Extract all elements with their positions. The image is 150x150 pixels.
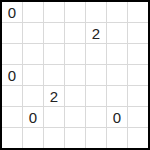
empty-cell-r6c0[interactable] (2, 128, 22, 148)
empty-cell-r0c6[interactable] (128, 2, 148, 22)
empty-cell-r2c5[interactable] (107, 44, 127, 64)
empty-cell-r1c0[interactable] (2, 23, 22, 43)
empty-cell-r2c3[interactable] (65, 44, 85, 64)
empty-cell-r4c4[interactable] (86, 86, 106, 106)
empty-cell-r1c2[interactable] (44, 23, 64, 43)
empty-cell-r2c6[interactable] (128, 44, 148, 64)
empty-cell-r3c2[interactable] (44, 65, 64, 85)
empty-cell-r3c1[interactable] (23, 65, 43, 85)
empty-cell-r3c5[interactable] (107, 65, 127, 85)
empty-cell-r1c1[interactable] (23, 23, 43, 43)
empty-cell-r1c6[interactable] (128, 23, 148, 43)
empty-cell-r6c3[interactable] (65, 128, 85, 148)
empty-cell-r2c1[interactable] (23, 44, 43, 64)
empty-cell-r2c2[interactable] (44, 44, 64, 64)
clue-cell-r4c2: 2 (44, 86, 64, 106)
empty-cell-r4c1[interactable] (23, 86, 43, 106)
empty-cell-r5c0[interactable] (2, 107, 22, 127)
empty-cell-r5c3[interactable] (65, 107, 85, 127)
empty-cell-r2c0[interactable] (2, 44, 22, 64)
empty-cell-r1c5[interactable] (107, 23, 127, 43)
empty-cell-r0c5[interactable] (107, 2, 127, 22)
empty-cell-r4c5[interactable] (107, 86, 127, 106)
clue-cell-r5c5: 0 (107, 107, 127, 127)
empty-cell-r3c4[interactable] (86, 65, 106, 85)
empty-cell-r3c3[interactable] (65, 65, 85, 85)
empty-cell-r5c6[interactable] (128, 107, 148, 127)
empty-cell-r6c5[interactable] (107, 128, 127, 148)
empty-cell-r5c2[interactable] (44, 107, 64, 127)
empty-cell-r5c4[interactable] (86, 107, 106, 127)
empty-cell-r0c4[interactable] (86, 2, 106, 22)
empty-cell-r2c4[interactable] (86, 44, 106, 64)
empty-cell-r6c6[interactable] (128, 128, 148, 148)
empty-cell-r4c3[interactable] (65, 86, 85, 106)
empty-cell-r0c3[interactable] (65, 2, 85, 22)
empty-cell-r6c4[interactable] (86, 128, 106, 148)
empty-cell-r0c1[interactable] (23, 2, 43, 22)
empty-cell-r4c6[interactable] (128, 86, 148, 106)
empty-cell-r1c3[interactable] (65, 23, 85, 43)
empty-cell-r6c2[interactable] (44, 128, 64, 148)
clue-cell-r5c1: 0 (23, 107, 43, 127)
empty-cell-r4c0[interactable] (2, 86, 22, 106)
clue-cell-r1c4: 2 (86, 23, 106, 43)
clue-cell-r0c0: 0 (2, 2, 22, 22)
empty-cell-r3c6[interactable] (128, 65, 148, 85)
empty-cell-r0c2[interactable] (44, 2, 64, 22)
clue-cell-r3c0: 0 (2, 65, 22, 85)
puzzle-board: 020200 (0, 0, 150, 150)
empty-cell-r6c1[interactable] (23, 128, 43, 148)
